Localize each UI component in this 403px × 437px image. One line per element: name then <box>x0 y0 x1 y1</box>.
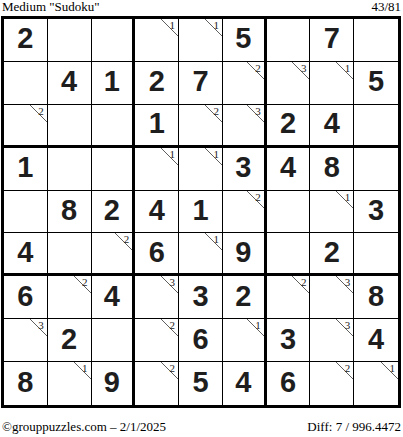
given-digit: 5 <box>192 368 208 397</box>
given-digit: 6 <box>280 368 296 397</box>
cell-r2c9[interactable]: 5 <box>354 62 398 105</box>
cell-r1c3[interactable] <box>92 19 136 62</box>
corner-mark: 2 <box>292 276 309 293</box>
given-digit: 8 <box>368 282 384 311</box>
corner-mark: 1 <box>161 148 178 165</box>
cell-r5c8[interactable]: 1 <box>310 191 354 234</box>
given-digit: 4 <box>149 196 165 225</box>
given-digit: 2 <box>17 24 33 53</box>
cell-r3c9[interactable] <box>354 105 398 148</box>
cell-r4c3[interactable] <box>92 148 136 191</box>
sudoku-board: 2115741272315212324111348824121342619262… <box>1 16 401 408</box>
given-digit: 9 <box>104 368 120 397</box>
cell-r8c6[interactable]: 1 <box>223 319 267 362</box>
cell-r3c6[interactable]: 3 <box>223 105 267 148</box>
cell-r6c2[interactable] <box>48 233 92 276</box>
given-digit: 9 <box>235 238 251 267</box>
given-digit: 1 <box>192 196 208 225</box>
cell-r2c4[interactable]: 2 <box>135 62 179 105</box>
given-digit: 1 <box>17 153 33 182</box>
cell-r6c6[interactable]: 9 <box>223 233 267 276</box>
cell-r3c3[interactable] <box>92 105 136 148</box>
cell-r7c7[interactable]: 2 <box>267 276 311 319</box>
cell-r6c5[interactable]: 1 <box>179 233 223 276</box>
cell-r9c2[interactable]: 1 <box>48 362 92 405</box>
corner-mark: 1 <box>161 19 178 36</box>
given-digit: 2 <box>324 238 340 267</box>
corner-mark: 2 <box>115 233 132 250</box>
given-digit: 4 <box>235 368 251 397</box>
given-digit: 2 <box>61 325 77 354</box>
cell-r9c7[interactable]: 6 <box>267 362 311 405</box>
cell-r4c7[interactable]: 4 <box>267 148 311 191</box>
copyright-text: ©grouppuzzles.com – 2/1/2025 <box>2 420 166 434</box>
cell-r7c5[interactable]: 3 <box>179 276 223 319</box>
cell-r4c4[interactable]: 1 <box>135 148 179 191</box>
cell-r8c9[interactable]: 4 <box>354 319 398 362</box>
corner-mark: 2 <box>247 62 264 79</box>
cell-r8c5[interactable]: 6 <box>179 319 223 362</box>
cell-r1c7[interactable] <box>267 19 311 62</box>
given-digit: 2 <box>235 282 251 311</box>
cell-r4c9[interactable] <box>354 148 398 191</box>
given-digit: 4 <box>104 282 120 311</box>
cell-r3c5[interactable]: 2 <box>179 105 223 148</box>
cell-r9c4[interactable]: 2 <box>135 362 179 405</box>
cell-r2c6[interactable]: 2 <box>223 62 267 105</box>
given-digit: 2 <box>149 67 165 96</box>
cell-r7c8[interactable]: 3 <box>310 276 354 319</box>
given-digit: 6 <box>149 238 165 267</box>
cell-r6c1[interactable]: 4 <box>4 233 48 276</box>
cell-r5c6[interactable]: 2 <box>223 191 267 234</box>
corner-mark: 2 <box>30 105 47 122</box>
corner-mark: 2 <box>247 191 264 208</box>
cell-r4c2[interactable] <box>48 148 92 191</box>
given-digit: 7 <box>192 67 208 96</box>
cell-r3c1[interactable]: 2 <box>4 105 48 148</box>
cell-r5c1[interactable] <box>4 191 48 234</box>
cell-r3c7[interactable]: 2 <box>267 105 311 148</box>
header: Medium "Sudoku" 43/81 <box>0 0 403 15</box>
cell-r3c8[interactable]: 4 <box>310 105 354 148</box>
given-digit: 4 <box>280 153 296 182</box>
cell-r9c6[interactable]: 4 <box>223 362 267 405</box>
cell-r6c4[interactable]: 6 <box>135 233 179 276</box>
given-digit: 3 <box>235 153 251 182</box>
cell-r2c3[interactable]: 1 <box>92 62 136 105</box>
corner-mark: 2 <box>205 105 222 122</box>
given-digit: 5 <box>235 24 251 53</box>
given-digit: 3 <box>192 282 208 311</box>
given-digit: 8 <box>61 196 77 225</box>
given-digit: 4 <box>324 109 340 138</box>
corner-mark: 1 <box>74 362 91 379</box>
cell-r9c1[interactable]: 8 <box>4 362 48 405</box>
footer: ©grouppuzzles.com – 2/1/2025 Diff: 7 / 9… <box>0 418 403 436</box>
cell-r5c5[interactable]: 1 <box>179 191 223 234</box>
corner-mark: 1 <box>247 319 264 336</box>
progress-counter: 43/81 <box>371 0 401 14</box>
cell-r5c3[interactable]: 2 <box>92 191 136 234</box>
cell-r7c3[interactable]: 4 <box>92 276 136 319</box>
cell-r2c1[interactable] <box>4 62 48 105</box>
cell-r1c1[interactable]: 2 <box>4 19 48 62</box>
corner-mark: 3 <box>336 319 353 336</box>
cell-r1c5[interactable]: 1 <box>179 19 223 62</box>
cell-r4c5[interactable]: 1 <box>179 148 223 191</box>
cell-r2c5[interactable]: 7 <box>179 62 223 105</box>
cell-r7c1[interactable]: 6 <box>4 276 48 319</box>
cell-r6c3[interactable]: 2 <box>92 233 136 276</box>
corner-mark: 3 <box>247 105 264 122</box>
corner-mark: 1 <box>336 191 353 208</box>
cell-r8c2[interactable]: 2 <box>48 319 92 362</box>
given-digit: 6 <box>17 282 33 311</box>
cell-r6c9[interactable] <box>354 233 398 276</box>
cell-r8c8[interactable]: 3 <box>310 319 354 362</box>
cell-r8c7[interactable]: 3 <box>267 319 311 362</box>
given-digit: 1 <box>149 109 165 138</box>
cell-r1c6[interactable]: 5 <box>223 19 267 62</box>
cell-r7c2[interactable]: 2 <box>48 276 92 319</box>
given-digit: 4 <box>61 67 77 96</box>
cell-r6c7[interactable] <box>267 233 311 276</box>
given-digit: 1 <box>104 67 120 96</box>
cell-r8c1[interactable]: 3 <box>4 319 48 362</box>
cell-r1c8[interactable]: 7 <box>310 19 354 62</box>
corner-mark: 3 <box>336 276 353 293</box>
corner-mark: 1 <box>205 19 222 36</box>
given-digit: 6 <box>192 325 208 354</box>
given-digit: 2 <box>280 109 296 138</box>
corner-mark: 1 <box>336 62 353 79</box>
given-digit: 8 <box>17 368 33 397</box>
cell-r4c6[interactable]: 3 <box>223 148 267 191</box>
cell-r9c8[interactable]: 2 <box>310 362 354 405</box>
given-digit: 8 <box>324 153 340 182</box>
corner-mark: 1 <box>205 148 222 165</box>
corner-mark: 1 <box>205 233 222 250</box>
given-digit: 7 <box>324 24 340 53</box>
cell-r9c9[interactable]: 1 <box>354 362 398 405</box>
cell-r9c3[interactable]: 9 <box>92 362 136 405</box>
cell-r5c9[interactable]: 3 <box>354 191 398 234</box>
cell-r4c1[interactable]: 1 <box>4 148 48 191</box>
corner-mark: 3 <box>292 62 309 79</box>
cell-r2c8[interactable]: 1 <box>310 62 354 105</box>
cell-r7c9[interactable]: 8 <box>354 276 398 319</box>
cell-r8c3[interactable] <box>92 319 136 362</box>
cell-r3c4[interactable]: 1 <box>135 105 179 148</box>
cell-r5c2[interactable]: 8 <box>48 191 92 234</box>
cell-r5c4[interactable]: 4 <box>135 191 179 234</box>
corner-mark: 1 <box>381 362 398 379</box>
given-digit: 3 <box>368 196 384 225</box>
cell-r7c6[interactable]: 2 <box>223 276 267 319</box>
given-digit: 4 <box>17 238 33 267</box>
cell-r1c2[interactable] <box>48 19 92 62</box>
difficulty-text: Diff: 7 / 996.4472 <box>307 420 401 434</box>
given-digit: 4 <box>368 325 384 354</box>
cell-r7c4[interactable]: 3 <box>135 276 179 319</box>
corner-mark: 3 <box>30 319 47 336</box>
given-digit: 3 <box>280 325 296 354</box>
cell-r2c2[interactable]: 4 <box>48 62 92 105</box>
cell-r9c5[interactable]: 5 <box>179 362 223 405</box>
cell-r8c4[interactable]: 2 <box>135 319 179 362</box>
corner-mark: 2 <box>336 362 353 379</box>
corner-mark: 2 <box>161 362 178 379</box>
cell-r6c8[interactable]: 2 <box>310 233 354 276</box>
given-digit: 5 <box>368 67 384 96</box>
corner-mark: 2 <box>161 319 178 336</box>
cell-r1c9[interactable] <box>354 19 398 62</box>
cell-r2c7[interactable]: 3 <box>267 62 311 105</box>
cell-r4c8[interactable]: 8 <box>310 148 354 191</box>
cell-r1c4[interactable]: 1 <box>135 19 179 62</box>
cell-r5c7[interactable] <box>267 191 311 234</box>
cell-r3c2[interactable] <box>48 105 92 148</box>
page-title: Medium "Sudoku" <box>2 0 100 14</box>
given-digit: 2 <box>104 196 120 225</box>
corner-mark: 2 <box>74 276 91 293</box>
corner-mark: 3 <box>161 276 178 293</box>
